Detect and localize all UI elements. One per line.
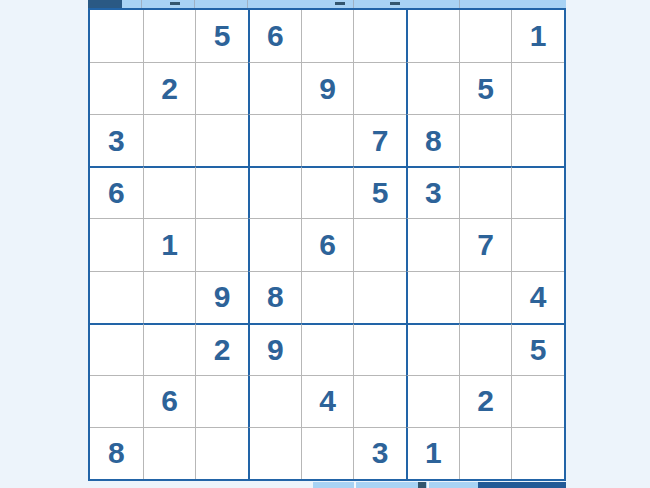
cell-r3c4[interactable] bbox=[248, 114, 301, 166]
cell-r2c8[interactable]: 5 bbox=[459, 62, 512, 114]
cell-r1c8[interactable] bbox=[459, 10, 512, 62]
cell-r4c4[interactable] bbox=[248, 166, 301, 218]
top-edge-highlight-dark bbox=[88, 0, 122, 8]
cell-r4c8[interactable] bbox=[459, 166, 512, 218]
cell-r9c6[interactable]: 3 bbox=[353, 427, 406, 479]
cell-r1c1[interactable] bbox=[90, 10, 143, 62]
cell-r8c9[interactable] bbox=[511, 375, 564, 427]
cell-r4c3[interactable] bbox=[195, 166, 248, 218]
cell-r4c7[interactable]: 3 bbox=[406, 166, 459, 218]
cell-r9c8[interactable] bbox=[459, 427, 512, 479]
cell-r8c1[interactable] bbox=[90, 375, 143, 427]
cell-r6c3[interactable]: 9 bbox=[195, 271, 248, 323]
top-strip-grid-tick bbox=[194, 0, 195, 8]
cell-r2c2[interactable]: 2 bbox=[143, 62, 196, 114]
cell-r3c8[interactable] bbox=[459, 114, 512, 166]
top-strip-grid-tick bbox=[353, 0, 354, 8]
cell-r7c2[interactable] bbox=[143, 323, 196, 375]
cell-r8c4[interactable] bbox=[248, 375, 301, 427]
cell-r7c8[interactable] bbox=[459, 323, 512, 375]
cell-r5c5[interactable]: 6 bbox=[301, 218, 354, 270]
cell-r9c4[interactable] bbox=[248, 427, 301, 479]
cell-r3c5[interactable] bbox=[301, 114, 354, 166]
cell-r3c1[interactable]: 3 bbox=[90, 114, 143, 166]
cell-r9c5[interactable] bbox=[301, 427, 354, 479]
cell-r8c5[interactable]: 4 bbox=[301, 375, 354, 427]
cell-r9c7[interactable]: 1 bbox=[406, 427, 459, 479]
cell-r1c3[interactable]: 5 bbox=[195, 10, 248, 62]
cell-r8c2[interactable]: 6 bbox=[143, 375, 196, 427]
cell-r2c3[interactable] bbox=[195, 62, 248, 114]
cell-r9c1[interactable]: 8 bbox=[90, 427, 143, 479]
top-strip-cutoff-glyph bbox=[170, 2, 180, 5]
cell-r5c3[interactable] bbox=[195, 218, 248, 270]
cell-r5c6[interactable] bbox=[353, 218, 406, 270]
cell-r6c5[interactable] bbox=[301, 271, 354, 323]
cell-r4c2[interactable] bbox=[143, 166, 196, 218]
cell-r6c6[interactable] bbox=[353, 271, 406, 323]
cell-r6c4[interactable]: 8 bbox=[248, 271, 301, 323]
cell-r7c1[interactable] bbox=[90, 323, 143, 375]
top-strip-grid-tick bbox=[459, 0, 460, 8]
cell-r5c2[interactable]: 1 bbox=[143, 218, 196, 270]
cell-r7c9[interactable]: 5 bbox=[511, 323, 564, 375]
cell-r2c4[interactable] bbox=[248, 62, 301, 114]
cell-r4c5[interactable] bbox=[301, 166, 354, 218]
cell-r6c8[interactable] bbox=[459, 271, 512, 323]
cell-r8c3[interactable] bbox=[195, 375, 248, 427]
bottom-edge-highlight-dark bbox=[478, 482, 566, 488]
cell-r7c7[interactable] bbox=[406, 323, 459, 375]
cell-r7c4[interactable]: 9 bbox=[248, 323, 301, 375]
cell-r5c9[interactable] bbox=[511, 218, 564, 270]
top-strip-cutoff-glyph bbox=[335, 2, 345, 5]
top-edge-highlight-bar bbox=[122, 0, 566, 8]
cell-r1c6[interactable] bbox=[353, 10, 406, 62]
cell-r5c7[interactable] bbox=[406, 218, 459, 270]
cell-r2c6[interactable] bbox=[353, 62, 406, 114]
cell-r2c1[interactable] bbox=[90, 62, 143, 114]
top-strip-cutoff-glyph bbox=[390, 2, 400, 5]
cell-r1c7[interactable] bbox=[406, 10, 459, 62]
cell-r2c7[interactable] bbox=[406, 62, 459, 114]
cell-r1c4[interactable]: 6 bbox=[248, 10, 301, 62]
sudoku-board: 561295378653167984295642831 bbox=[88, 8, 566, 481]
cell-r7c6[interactable] bbox=[353, 323, 406, 375]
top-strip-grid-tick bbox=[141, 0, 142, 8]
cell-r4c1[interactable]: 6 bbox=[90, 166, 143, 218]
cell-r8c7[interactable] bbox=[406, 375, 459, 427]
cell-r3c6[interactable]: 7 bbox=[353, 114, 406, 166]
cell-r6c1[interactable] bbox=[90, 271, 143, 323]
cell-r2c9[interactable] bbox=[511, 62, 564, 114]
bottom-strip-grid-tick bbox=[427, 482, 429, 488]
cell-r1c2[interactable] bbox=[143, 10, 196, 62]
cell-r4c6[interactable]: 5 bbox=[353, 166, 406, 218]
cell-r3c7[interactable]: 8 bbox=[406, 114, 459, 166]
cell-r9c2[interactable] bbox=[143, 427, 196, 479]
cell-r8c8[interactable]: 2 bbox=[459, 375, 512, 427]
cell-r6c2[interactable] bbox=[143, 271, 196, 323]
cell-r3c9[interactable] bbox=[511, 114, 564, 166]
cell-r6c9[interactable]: 4 bbox=[511, 271, 564, 323]
cell-r5c4[interactable] bbox=[248, 218, 301, 270]
sudoku-page: 561295378653167984295642831 bbox=[0, 0, 650, 488]
bottom-edge-highlight-bar bbox=[313, 482, 478, 488]
cell-r3c3[interactable] bbox=[195, 114, 248, 166]
bottom-strip-grid-tick bbox=[354, 482, 356, 488]
cell-r9c9[interactable] bbox=[511, 427, 564, 479]
cell-r5c1[interactable] bbox=[90, 218, 143, 270]
top-strip-grid-tick bbox=[247, 0, 248, 8]
cell-r7c3[interactable]: 2 bbox=[195, 323, 248, 375]
cell-r9c3[interactable] bbox=[195, 427, 248, 479]
cell-r1c5[interactable] bbox=[301, 10, 354, 62]
cell-r4c9[interactable] bbox=[511, 166, 564, 218]
cell-r8c6[interactable] bbox=[353, 375, 406, 427]
bottom-strip-cutoff-glyph bbox=[418, 482, 426, 488]
cell-r5c8[interactable]: 7 bbox=[459, 218, 512, 270]
cell-r3c2[interactable] bbox=[143, 114, 196, 166]
cell-r6c7[interactable] bbox=[406, 271, 459, 323]
cell-r2c5[interactable]: 9 bbox=[301, 62, 354, 114]
cell-r1c9[interactable]: 1 bbox=[511, 10, 564, 62]
cell-r7c5[interactable] bbox=[301, 323, 354, 375]
